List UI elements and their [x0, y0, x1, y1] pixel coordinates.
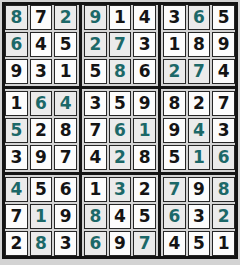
sudoku-board: 8729143656452731899315862741643598275287…	[2, 2, 238, 259]
cell-r4c4-solved[interactable]: 3	[84, 91, 107, 116]
cell-r7c9-given[interactable]: 8	[212, 177, 235, 202]
cell-r9c5-solved[interactable]: 9	[109, 231, 132, 256]
cell-r5c4-solved[interactable]: 7	[84, 118, 107, 143]
cell-r3c7-given[interactable]: 2	[163, 59, 186, 84]
page-background: 8729143656452731899315862741643598275287…	[0, 0, 240, 265]
cell-r1c4-given[interactable]: 9	[84, 5, 107, 30]
cell-r9c1-solved[interactable]: 2	[5, 231, 28, 256]
cell-r8c7-given[interactable]: 6	[163, 204, 186, 229]
cell-r8c1-solved[interactable]: 7	[5, 204, 28, 229]
cell-r8c3-solved[interactable]: 9	[54, 204, 77, 229]
cell-r9c8-solved[interactable]: 5	[188, 231, 211, 256]
cell-r4c8-solved[interactable]: 2	[188, 91, 211, 116]
box-separator-vertical	[158, 5, 161, 256]
cell-r5c7-solved[interactable]: 9	[163, 118, 186, 143]
box-separator-vertical	[79, 5, 82, 256]
cell-r8c9-given[interactable]: 2	[212, 204, 235, 229]
cell-r7c5-given[interactable]: 3	[109, 177, 132, 202]
cell-r3c4-solved[interactable]: 5	[84, 59, 107, 84]
cell-r3c5-given[interactable]: 8	[109, 59, 132, 84]
cell-r1c2-solved[interactable]: 7	[30, 5, 53, 30]
cell-r6c8-given[interactable]: 1	[188, 145, 211, 170]
cell-r2c2-solved[interactable]: 4	[30, 32, 53, 57]
cell-r4c1-solved[interactable]: 1	[5, 91, 28, 116]
cell-r2c4-given[interactable]: 2	[84, 32, 107, 57]
cell-r2c7-solved[interactable]: 1	[163, 32, 186, 57]
cell-r6c3-solved[interactable]: 7	[54, 145, 77, 170]
cell-r5c2-solved[interactable]: 2	[30, 118, 53, 143]
cell-r4c9-solved[interactable]: 7	[212, 91, 235, 116]
cell-r6c7-solved[interactable]: 5	[163, 145, 186, 170]
cell-r6c4-solved[interactable]: 4	[84, 145, 107, 170]
cell-r5c6-given[interactable]: 1	[133, 118, 156, 143]
cell-r3c8-given[interactable]: 7	[188, 59, 211, 84]
cell-r9c3-solved[interactable]: 3	[54, 231, 77, 256]
cell-r5c8-given[interactable]: 4	[188, 118, 211, 143]
cell-r2c1-given[interactable]: 6	[5, 32, 28, 57]
cell-r6c2-solved[interactable]: 9	[30, 145, 53, 170]
cell-r9c4-given[interactable]: 6	[84, 231, 107, 256]
cell-r1c8-given[interactable]: 6	[188, 5, 211, 30]
cell-r3c9-solved[interactable]: 4	[212, 59, 235, 84]
cell-r7c2-solved[interactable]: 5	[30, 177, 53, 202]
cell-r5c5-given[interactable]: 6	[109, 118, 132, 143]
box-separator-horizontal	[5, 172, 235, 175]
cell-r1c1-given[interactable]: 8	[5, 5, 28, 30]
cell-r3c2-solved[interactable]: 3	[30, 59, 53, 84]
cell-r8c4-given[interactable]: 8	[84, 204, 107, 229]
cell-r8c2-given[interactable]: 1	[30, 204, 53, 229]
cell-r9c7-solved[interactable]: 4	[163, 231, 186, 256]
cell-r3c3-solved[interactable]: 1	[54, 59, 77, 84]
cell-r7c6-solved[interactable]: 2	[133, 177, 156, 202]
cell-r9c9-solved[interactable]: 1	[212, 231, 235, 256]
cell-r1c7-solved[interactable]: 3	[163, 5, 186, 30]
cell-r8c6-solved[interactable]: 5	[133, 204, 156, 229]
cell-r1c6-solved[interactable]: 4	[133, 5, 156, 30]
cell-r3c6-solved[interactable]: 6	[133, 59, 156, 84]
cell-r7c7-given[interactable]: 7	[163, 177, 186, 202]
cell-r5c1-given[interactable]: 5	[5, 118, 28, 143]
cell-r4c7-solved[interactable]: 8	[163, 91, 186, 116]
cell-r2c6-solved[interactable]: 3	[133, 32, 156, 57]
cell-r4c2-given[interactable]: 6	[30, 91, 53, 116]
box-separator-horizontal	[5, 86, 235, 89]
cell-r1c3-given[interactable]: 2	[54, 5, 77, 30]
cell-r9c6-given[interactable]: 7	[133, 231, 156, 256]
cell-r6c1-solved[interactable]: 3	[5, 145, 28, 170]
cell-r5c9-solved[interactable]: 3	[212, 118, 235, 143]
cell-r8c8-solved[interactable]: 3	[188, 204, 211, 229]
cell-r6c9-given[interactable]: 6	[212, 145, 235, 170]
cell-r4c5-solved[interactable]: 5	[109, 91, 132, 116]
cell-r1c9-solved[interactable]: 5	[212, 5, 235, 30]
cell-r8c5-solved[interactable]: 4	[109, 204, 132, 229]
cell-r1c5-solved[interactable]: 1	[109, 5, 132, 30]
cell-r7c4-solved[interactable]: 1	[84, 177, 107, 202]
cell-r2c8-solved[interactable]: 8	[188, 32, 211, 57]
cell-r6c6-solved[interactable]: 8	[133, 145, 156, 170]
cell-r4c6-solved[interactable]: 9	[133, 91, 156, 116]
cell-r7c8-solved[interactable]: 9	[188, 177, 211, 202]
cell-r4c3-given[interactable]: 4	[54, 91, 77, 116]
cell-r9c2-given[interactable]: 8	[30, 231, 53, 256]
cell-r2c9-solved[interactable]: 9	[212, 32, 235, 57]
cell-r6c5-given[interactable]: 2	[109, 145, 132, 170]
cell-r7c1-given[interactable]: 4	[5, 177, 28, 202]
cell-r7c3-solved[interactable]: 6	[54, 177, 77, 202]
cell-r5c3-solved[interactable]: 8	[54, 118, 77, 143]
cell-r2c3-solved[interactable]: 5	[54, 32, 77, 57]
cell-r3c1-solved[interactable]: 9	[5, 59, 28, 84]
cell-r2c5-given[interactable]: 7	[109, 32, 132, 57]
